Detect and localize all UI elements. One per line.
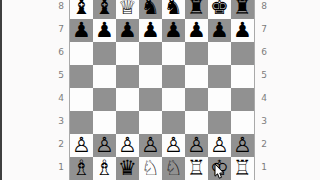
square-c4[interactable] — [116, 88, 139, 111]
rank-label-7: 7 — [55, 18, 67, 41]
rank-label-2: 2 — [258, 133, 270, 156]
square-c7[interactable]: ♟ — [116, 19, 139, 42]
square-a4[interactable] — [70, 88, 93, 111]
square-h6[interactable] — [231, 42, 254, 65]
square-d6[interactable] — [139, 42, 162, 65]
square-b3[interactable] — [93, 111, 116, 134]
window-left-edge — [0, 0, 2, 180]
piece-white-bishop-a1[interactable]: ♗ — [70, 157, 93, 180]
piece-white-knight-d1[interactable]: ♘ — [139, 157, 162, 180]
square-d7[interactable]: ♟ — [139, 19, 162, 42]
square-c1[interactable]: ♛ — [116, 157, 139, 180]
rank-label-4: 4 — [258, 87, 270, 110]
square-g4[interactable] — [208, 88, 231, 111]
square-e2[interactable]: ♙ — [162, 134, 185, 157]
piece-black-queen-c1[interactable]: ♛ — [116, 157, 139, 180]
square-f2[interactable]: ♙ — [185, 134, 208, 157]
piece-white-pawn-f2[interactable]: ♙ — [185, 134, 208, 157]
piece-white-pawn-c2[interactable]: ♙ — [116, 134, 139, 157]
square-a3[interactable] — [70, 111, 93, 134]
square-g2[interactable]: ♙ — [208, 134, 231, 157]
square-b2[interactable]: ♙ — [93, 134, 116, 157]
piece-white-pawn-a2[interactable]: ♙ — [70, 134, 93, 157]
square-b1[interactable]: ♗ — [93, 157, 116, 180]
square-h1[interactable]: ♖ — [231, 157, 254, 180]
piece-white-pawn-g2[interactable]: ♙ — [208, 134, 231, 157]
piece-black-pawn-h7[interactable]: ♟ — [231, 19, 254, 42]
square-d1[interactable]: ♘ — [139, 157, 162, 180]
piece-white-queen-c8[interactable]: ♕ — [116, 0, 139, 19]
board[interactable]: ♝♝♕♞♞♜♚♜♟♟♟♟♟♟♟♟♙♙♙♙♙♙♙♙♗♗♛♘♘♖♔♖ — [69, 0, 255, 180]
piece-white-bishop-b1[interactable]: ♗ — [93, 157, 116, 180]
rank-label-4: 4 — [55, 87, 67, 110]
square-f7[interactable]: ♟ — [185, 19, 208, 42]
square-e1[interactable]: ♘ — [162, 157, 185, 180]
square-c6[interactable] — [116, 42, 139, 65]
square-g6[interactable] — [208, 42, 231, 65]
square-d5[interactable] — [139, 65, 162, 88]
piece-black-pawn-c7[interactable]: ♟ — [116, 19, 139, 42]
square-d2[interactable]: ♙ — [139, 134, 162, 157]
square-d3[interactable] — [139, 111, 162, 134]
square-b6[interactable] — [93, 42, 116, 65]
square-f1[interactable]: ♖ — [185, 157, 208, 180]
piece-black-knight-d8[interactable]: ♞ — [139, 0, 162, 19]
square-b5[interactable] — [93, 65, 116, 88]
square-b7[interactable]: ♟ — [93, 19, 116, 42]
rank-label-8: 8 — [55, 0, 67, 18]
piece-white-knight-e1[interactable]: ♘ — [162, 157, 185, 180]
square-e8[interactable]: ♞ — [162, 0, 185, 19]
square-b4[interactable] — [93, 88, 116, 111]
square-h4[interactable] — [231, 88, 254, 111]
square-e7[interactable]: ♟ — [162, 19, 185, 42]
square-d4[interactable] — [139, 88, 162, 111]
chess-app-viewport: 87654321 ♝♝♕♞♞♜♚♜♟♟♟♟♟♟♟♟♙♙♙♙♙♙♙♙♗♗♛♘♘♖♔… — [0, 0, 320, 180]
piece-black-pawn-f7[interactable]: ♟ — [185, 19, 208, 42]
square-f8[interactable]: ♜ — [185, 0, 208, 19]
rank-label-5: 5 — [258, 64, 270, 87]
piece-black-knight-e8[interactable]: ♞ — [162, 0, 185, 19]
square-a7[interactable]: ♟ — [70, 19, 93, 42]
rank-label-8: 8 — [258, 0, 270, 18]
piece-black-pawn-d7[interactable]: ♟ — [139, 19, 162, 42]
square-h5[interactable] — [231, 65, 254, 88]
square-b8[interactable]: ♝ — [93, 0, 116, 19]
rank-label-3: 3 — [55, 110, 67, 133]
square-f3[interactable] — [185, 111, 208, 134]
square-a2[interactable]: ♙ — [70, 134, 93, 157]
piece-black-pawn-e7[interactable]: ♟ — [162, 19, 185, 42]
square-f5[interactable] — [185, 65, 208, 88]
rank-label-5: 5 — [55, 64, 67, 87]
rank-label-1: 1 — [258, 156, 270, 179]
rank-label-6: 6 — [55, 41, 67, 64]
square-a8[interactable]: ♝ — [70, 0, 93, 19]
piece-black-bishop-a8[interactable]: ♝ — [70, 0, 93, 19]
rank-labels-left: 87654321 — [55, 0, 67, 179]
piece-black-pawn-g7[interactable]: ♟ — [208, 19, 231, 42]
piece-white-rook-h1[interactable]: ♖ — [231, 157, 254, 180]
piece-white-pawn-b2[interactable]: ♙ — [93, 134, 116, 157]
square-h3[interactable] — [231, 111, 254, 134]
square-c3[interactable] — [116, 111, 139, 134]
square-e4[interactable] — [162, 88, 185, 111]
square-e5[interactable] — [162, 65, 185, 88]
square-g3[interactable] — [208, 111, 231, 134]
square-g5[interactable] — [208, 65, 231, 88]
piece-black-pawn-b7[interactable]: ♟ — [93, 19, 116, 42]
square-g8[interactable]: ♚ — [208, 0, 231, 19]
square-h7[interactable]: ♟ — [231, 19, 254, 42]
square-c5[interactable] — [116, 65, 139, 88]
piece-white-pawn-e2[interactable]: ♙ — [162, 134, 185, 157]
piece-white-pawn-h2[interactable]: ♙ — [231, 134, 254, 157]
piece-white-pawn-d2[interactable]: ♙ — [139, 134, 162, 157]
square-h8[interactable]: ♜ — [231, 0, 254, 19]
piece-black-rook-h8[interactable]: ♜ — [231, 0, 254, 19]
rank-label-2: 2 — [55, 133, 67, 156]
piece-black-bishop-b8[interactable]: ♝ — [93, 0, 116, 19]
rank-label-1: 1 — [55, 156, 67, 179]
rank-labels-right: 87654321 — [258, 0, 270, 179]
piece-black-pawn-a7[interactable]: ♟ — [70, 19, 93, 42]
square-e6[interactable] — [162, 42, 185, 65]
square-c8[interactable]: ♕ — [116, 0, 139, 19]
square-g1[interactable]: ♔ — [208, 157, 231, 180]
square-d8[interactable]: ♞ — [139, 0, 162, 19]
rank-label-7: 7 — [258, 18, 270, 41]
piece-white-king-g1[interactable]: ♔ — [208, 157, 231, 180]
square-a1[interactable]: ♗ — [70, 157, 93, 180]
square-f4[interactable] — [185, 88, 208, 111]
square-f6[interactable] — [185, 42, 208, 65]
piece-white-rook-f1[interactable]: ♖ — [185, 157, 208, 180]
square-a5[interactable] — [70, 65, 93, 88]
square-g7[interactable]: ♟ — [208, 19, 231, 42]
square-c2[interactable]: ♙ — [116, 134, 139, 157]
square-e3[interactable] — [162, 111, 185, 134]
rank-label-6: 6 — [258, 41, 270, 64]
piece-black-king-g8[interactable]: ♚ — [208, 0, 231, 19]
square-h2[interactable]: ♙ — [231, 134, 254, 157]
square-a6[interactable] — [70, 42, 93, 65]
rank-label-3: 3 — [258, 110, 270, 133]
piece-black-rook-f8[interactable]: ♜ — [185, 0, 208, 19]
